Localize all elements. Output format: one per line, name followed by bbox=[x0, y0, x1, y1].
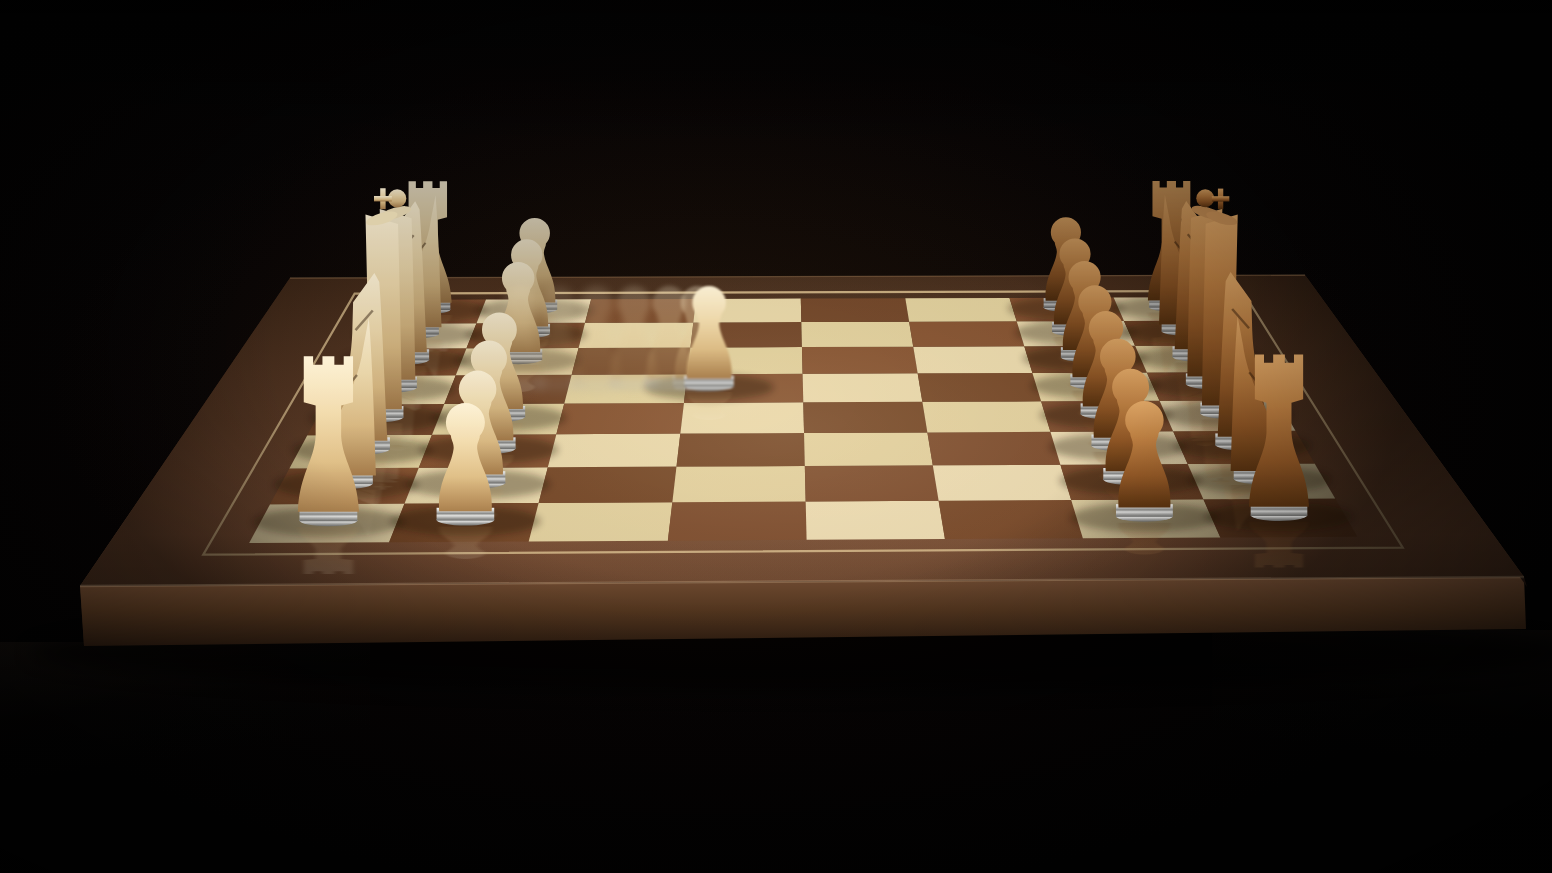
scene bbox=[0, 0, 1552, 873]
board-highlight bbox=[80, 275, 1524, 586]
chess-board-photo bbox=[0, 0, 1552, 873]
